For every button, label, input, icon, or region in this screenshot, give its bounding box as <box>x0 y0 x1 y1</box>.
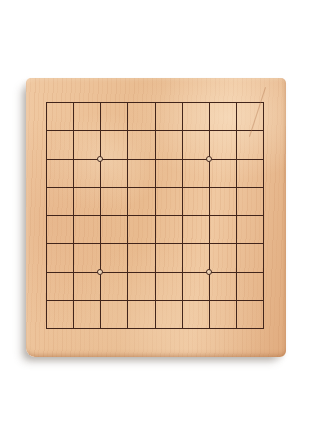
board-cell[interactable] <box>127 243 154 271</box>
board-cell[interactable] <box>236 187 263 215</box>
board-cell[interactable] <box>236 130 263 158</box>
board-cell[interactable] <box>182 272 209 300</box>
board-cell[interactable] <box>155 243 182 271</box>
board-cell[interactable] <box>73 300 100 328</box>
board-cell[interactable] <box>73 272 100 300</box>
board-cell[interactable] <box>236 159 263 187</box>
board-cell[interactable] <box>209 300 236 328</box>
board-cell[interactable] <box>236 272 263 300</box>
board-cell[interactable] <box>127 159 154 187</box>
board-cell[interactable] <box>46 300 73 328</box>
board-cell[interactable] <box>46 272 73 300</box>
board-cell[interactable] <box>155 272 182 300</box>
board-cell[interactable] <box>182 300 209 328</box>
board-cell[interactable] <box>100 187 127 215</box>
board-cell[interactable] <box>46 243 73 271</box>
board-grid <box>46 102 264 329</box>
board-cell[interactable] <box>73 215 100 243</box>
board-cell[interactable] <box>155 300 182 328</box>
board-cell[interactable] <box>182 130 209 158</box>
board-cell[interactable] <box>209 187 236 215</box>
board-cell[interactable] <box>127 130 154 158</box>
board-cell[interactable] <box>236 102 263 130</box>
board-cell[interactable] <box>100 243 127 271</box>
board-cell[interactable] <box>209 102 236 130</box>
board-cell[interactable] <box>209 272 236 300</box>
board-cell[interactable] <box>73 159 100 187</box>
board-cell[interactable] <box>236 300 263 328</box>
board-cell[interactable] <box>182 102 209 130</box>
board-cell[interactable] <box>100 102 127 130</box>
board-cell[interactable] <box>100 130 127 158</box>
star-point <box>206 156 212 162</box>
board-cell[interactable] <box>209 130 236 158</box>
board-cell[interactable] <box>155 130 182 158</box>
board-cell[interactable] <box>100 300 127 328</box>
go-board <box>26 78 286 357</box>
board-cell[interactable] <box>127 300 154 328</box>
board-cell[interactable] <box>46 215 73 243</box>
board-cell[interactable] <box>182 215 209 243</box>
board-cell[interactable] <box>209 159 236 187</box>
board-cell[interactable] <box>73 243 100 271</box>
board-cell[interactable] <box>127 187 154 215</box>
board-cell[interactable] <box>46 159 73 187</box>
photo-background <box>0 0 310 430</box>
board-cell[interactable] <box>46 102 73 130</box>
board-cell[interactable] <box>127 102 154 130</box>
board-cell[interactable] <box>155 102 182 130</box>
board-cell[interactable] <box>73 130 100 158</box>
board-cell[interactable] <box>127 272 154 300</box>
board-cell[interactable] <box>182 243 209 271</box>
board-cell[interactable] <box>46 187 73 215</box>
board-cell[interactable] <box>127 215 154 243</box>
board-cell[interactable] <box>155 187 182 215</box>
board-cell[interactable] <box>73 102 100 130</box>
board-cell[interactable] <box>100 159 127 187</box>
board-cell[interactable] <box>209 215 236 243</box>
board-cell[interactable] <box>236 215 263 243</box>
board-cell[interactable] <box>46 130 73 158</box>
board-cell[interactable] <box>155 215 182 243</box>
star-point <box>206 269 212 275</box>
board-cell[interactable] <box>182 187 209 215</box>
board-cell[interactable] <box>73 187 100 215</box>
board-cell[interactable] <box>100 272 127 300</box>
board-cell[interactable] <box>236 243 263 271</box>
board-cell[interactable] <box>209 243 236 271</box>
star-point <box>97 269 103 275</box>
board-cell[interactable] <box>182 159 209 187</box>
star-point <box>97 156 103 162</box>
board-cell[interactable] <box>155 159 182 187</box>
board-cell[interactable] <box>100 215 127 243</box>
